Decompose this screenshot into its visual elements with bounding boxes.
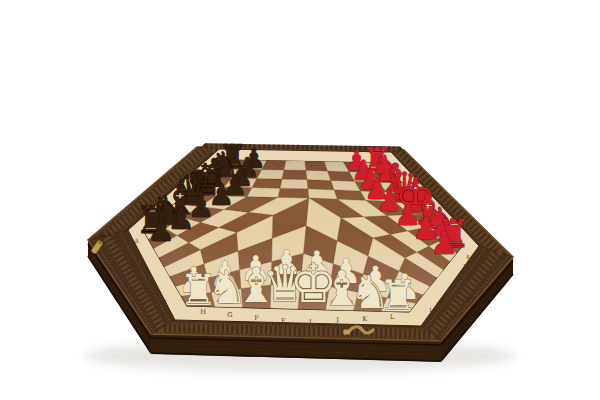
rank-label: 1 bbox=[164, 299, 168, 305]
white-rook[interactable]: ♜ bbox=[179, 265, 218, 315]
rank-label: 3 bbox=[444, 296, 448, 302]
product-photo: HGFEIJKL1234567812345678♜♟♟♜♞♟♟♞♝♟♟♝♚♟♟♛… bbox=[0, 0, 600, 400]
board-cell[interactable] bbox=[284, 161, 306, 171]
black-pawn[interactable]: ♟ bbox=[147, 212, 175, 248]
board-cell[interactable] bbox=[278, 188, 309, 198]
rank-label: 6 bbox=[137, 259, 141, 265]
piece-glyph: ♟ bbox=[147, 212, 175, 248]
white-rook[interactable]: ♜ bbox=[379, 271, 418, 321]
rank-label: 5 bbox=[138, 270, 142, 276]
rank-label: 1 bbox=[429, 307, 433, 313]
board-cell[interactable] bbox=[308, 189, 338, 200]
piece-glyph: ♜ bbox=[179, 265, 218, 315]
piece-glyph: ♜ bbox=[379, 271, 418, 321]
piece-glyph: ♟ bbox=[430, 224, 459, 262]
rank-label: 4 bbox=[452, 291, 456, 297]
rank-label: 6 bbox=[460, 273, 464, 279]
board-cell[interactable] bbox=[305, 161, 328, 171]
board-cell[interactable] bbox=[307, 180, 334, 190]
file-label: J bbox=[335, 316, 339, 324]
rank-label: 7 bbox=[136, 249, 140, 255]
rank-label: 3 bbox=[150, 285, 154, 291]
rank-label: 2 bbox=[157, 292, 161, 298]
board-cell[interactable] bbox=[280, 179, 308, 189]
rank-label: 4 bbox=[143, 278, 147, 284]
three-player-chess-board: HGFEIJKL1234567812345678♜♟♟♜♞♟♟♞♝♟♟♝♚♟♟♛… bbox=[0, 0, 600, 400]
board-cell[interactable] bbox=[306, 170, 331, 180]
rank-label: 2 bbox=[436, 301, 440, 307]
rank-label: 7 bbox=[463, 263, 467, 269]
file-label: I bbox=[309, 318, 312, 326]
file-label: E bbox=[281, 317, 286, 325]
red-pawn[interactable]: ♟ bbox=[430, 224, 459, 262]
board-cell[interactable] bbox=[282, 170, 307, 180]
rank-label: 5 bbox=[457, 283, 461, 289]
file-label: F bbox=[254, 314, 259, 322]
